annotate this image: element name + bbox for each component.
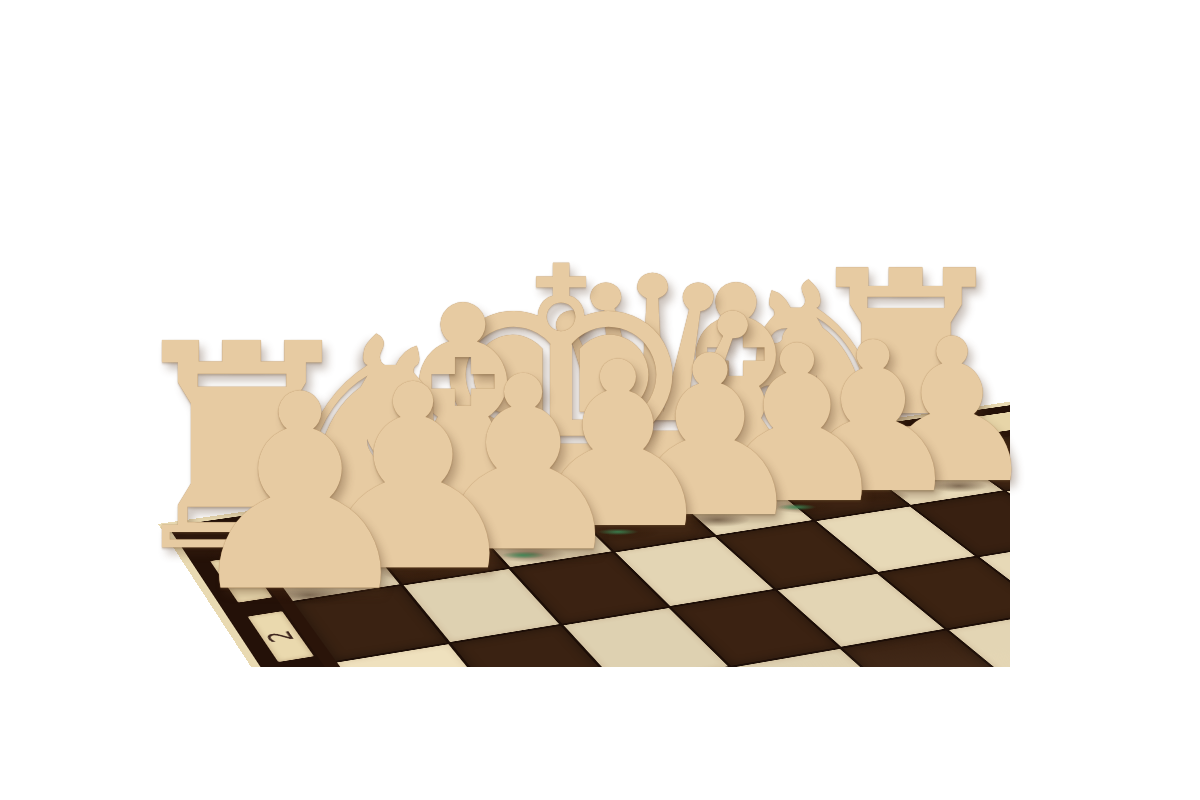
product-photo: 12345678 ♜♞♝♚♛♝♞♜♟♟♟♟♟♟♟♟ [0,0,1200,800]
piece-white-pawn-pawn-h2: ♟ [179,359,421,629]
